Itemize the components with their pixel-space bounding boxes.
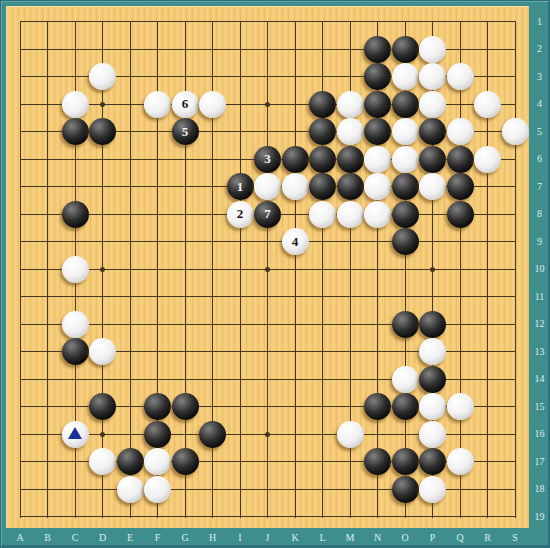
stone-white-P4[interactable]: [419, 91, 446, 118]
col-label-R: R: [480, 532, 496, 544]
stone-white-P13[interactable]: [419, 338, 446, 365]
row-label-15: 15: [531, 401, 548, 413]
stone-black-C5[interactable]: [62, 118, 89, 145]
stone-white-C10[interactable]: [62, 256, 89, 283]
star-point: [100, 267, 105, 272]
stone-white-J7[interactable]: [254, 173, 281, 200]
stone-white-Q3[interactable]: [447, 63, 474, 90]
stone-black-G15[interactable]: [172, 393, 199, 420]
stone-black-N2[interactable]: [364, 36, 391, 63]
row-label-11: 11: [531, 291, 548, 303]
col-label-J: J: [260, 532, 276, 544]
stone-black-O2[interactable]: [392, 36, 419, 63]
stone-black-P6[interactable]: [419, 146, 446, 173]
col-label-O: O: [397, 532, 413, 544]
star-point: [265, 267, 270, 272]
stone-white-M8[interactable]: [337, 201, 364, 228]
stone-white-O6[interactable]: [392, 146, 419, 173]
col-label-Q: Q: [452, 532, 468, 544]
star-point: [265, 432, 270, 437]
stone-black-M7[interactable]: [337, 173, 364, 200]
stone-white-N6[interactable]: [364, 146, 391, 173]
grid-line: [20, 241, 516, 242]
stone-white-P18[interactable]: [419, 476, 446, 503]
col-label-L: L: [315, 532, 331, 544]
stone-black-F15[interactable]: [144, 393, 171, 420]
stone-black-O12[interactable]: [392, 311, 419, 338]
row-label-6: 6: [531, 153, 548, 165]
star-point: [265, 102, 270, 107]
stone-black-I7[interactable]: 1: [227, 173, 254, 200]
move-number: 1: [237, 179, 244, 195]
row-label-3: 3: [531, 71, 548, 83]
stone-black-F16[interactable]: [144, 421, 171, 448]
stone-white-P3[interactable]: [419, 63, 446, 90]
stone-black-D15[interactable]: [89, 393, 116, 420]
triangle-marker: [68, 427, 82, 439]
stone-black-L7[interactable]: [309, 173, 336, 200]
stone-white-N8[interactable]: [364, 201, 391, 228]
goban-frame: 6531274 ABCDEFGHIJKLMNOPQRS1234567891011…: [0, 0, 550, 548]
stone-white-M5[interactable]: [337, 118, 364, 145]
stone-white-C4[interactable]: [62, 91, 89, 118]
stone-black-P14[interactable]: [419, 366, 446, 393]
row-label-17: 17: [531, 456, 548, 468]
stone-black-N3[interactable]: [364, 63, 391, 90]
row-label-14: 14: [531, 373, 548, 385]
stone-black-O7[interactable]: [392, 173, 419, 200]
col-label-G: G: [177, 532, 193, 544]
stone-white-Q5[interactable]: [447, 118, 474, 145]
col-label-H: H: [205, 532, 221, 544]
col-label-A: A: [12, 532, 28, 544]
move-number: 7: [264, 206, 271, 222]
move-number: 5: [182, 124, 189, 140]
stone-white-P2[interactable]: [419, 36, 446, 63]
row-label-5: 5: [531, 126, 548, 138]
stone-white-P16[interactable]: [419, 421, 446, 448]
col-label-N: N: [370, 532, 386, 544]
col-label-P: P: [425, 532, 441, 544]
stone-black-C13[interactable]: [62, 338, 89, 365]
stone-white-H4[interactable]: [199, 91, 226, 118]
row-label-7: 7: [531, 181, 548, 193]
stone-white-L8[interactable]: [309, 201, 336, 228]
move-number: 2: [237, 206, 244, 222]
stone-black-D5[interactable]: [89, 118, 116, 145]
stone-white-P15[interactable]: [419, 393, 446, 420]
move-number: 3: [264, 151, 271, 167]
stone-black-O15[interactable]: [392, 393, 419, 420]
stone-white-M16[interactable]: [337, 421, 364, 448]
stone-black-P12[interactable]: [419, 311, 446, 338]
stone-black-H16[interactable]: [199, 421, 226, 448]
col-label-B: B: [40, 532, 56, 544]
col-label-C: C: [67, 532, 83, 544]
stone-black-O4[interactable]: [392, 91, 419, 118]
col-label-I: I: [232, 532, 248, 544]
stone-white-F4[interactable]: [144, 91, 171, 118]
stone-black-Q8[interactable]: [447, 201, 474, 228]
row-label-9: 9: [531, 236, 548, 248]
row-label-13: 13: [531, 346, 548, 358]
stone-white-F18[interactable]: [144, 476, 171, 503]
stone-white-D17[interactable]: [89, 448, 116, 475]
row-label-16: 16: [531, 428, 548, 440]
stone-black-N4[interactable]: [364, 91, 391, 118]
grid-line: [20, 516, 516, 517]
col-label-F: F: [150, 532, 166, 544]
stone-white-E18[interactable]: [117, 476, 144, 503]
stone-black-N5[interactable]: [364, 118, 391, 145]
move-number: 6: [182, 96, 189, 112]
col-label-S: S: [507, 532, 523, 544]
stone-white-D13[interactable]: [89, 338, 116, 365]
stone-black-C8[interactable]: [62, 201, 89, 228]
stone-black-L5[interactable]: [309, 118, 336, 145]
stone-white-Q15[interactable]: [447, 393, 474, 420]
row-label-18: 18: [531, 483, 548, 495]
stone-black-O9[interactable]: [392, 228, 419, 255]
stone-black-O8[interactable]: [392, 201, 419, 228]
stone-white-N7[interactable]: [364, 173, 391, 200]
stone-black-O18[interactable]: [392, 476, 419, 503]
stone-black-J8[interactable]: 7: [254, 201, 281, 228]
stone-white-C16[interactable]: [62, 421, 89, 448]
stone-white-Q17[interactable]: [447, 448, 474, 475]
row-label-1: 1: [531, 16, 548, 28]
star-point: [100, 432, 105, 437]
stone-white-G4[interactable]: 6: [172, 91, 199, 118]
star-point: [430, 267, 435, 272]
col-label-D: D: [95, 532, 111, 544]
stone-white-D3[interactable]: [89, 63, 116, 90]
stone-white-P7[interactable]: [419, 173, 446, 200]
col-label-M: M: [342, 532, 358, 544]
stone-white-R4[interactable]: [474, 91, 501, 118]
stone-black-Q7[interactable]: [447, 173, 474, 200]
stone-white-S5[interactable]: [502, 118, 529, 145]
stone-white-K7[interactable]: [282, 173, 309, 200]
row-label-8: 8: [531, 208, 548, 220]
stone-white-M4[interactable]: [337, 91, 364, 118]
grid-line: [47, 22, 48, 518]
stone-white-O14[interactable]: [392, 366, 419, 393]
stone-black-L4[interactable]: [309, 91, 336, 118]
stone-black-G5[interactable]: 5: [172, 118, 199, 145]
stone-black-K6[interactable]: [282, 146, 309, 173]
move-number: 4: [292, 234, 299, 250]
stone-white-R6[interactable]: [474, 146, 501, 173]
row-label-4: 4: [531, 98, 548, 110]
grid-line: [460, 22, 461, 518]
stone-black-O17[interactable]: [392, 448, 419, 475]
stone-white-O3[interactable]: [392, 63, 419, 90]
stone-black-M6[interactable]: [337, 146, 364, 173]
stone-white-I8[interactable]: 2: [227, 201, 254, 228]
grid-line: [130, 22, 131, 518]
grid-line: [20, 21, 516, 22]
stone-white-K9[interactable]: 4: [282, 228, 309, 255]
row-label-10: 10: [531, 263, 548, 275]
goban-board[interactable]: 6531274: [6, 6, 529, 528]
stone-white-O5[interactable]: [392, 118, 419, 145]
stone-black-J6[interactable]: 3: [254, 146, 281, 173]
stone-black-Q6[interactable]: [447, 146, 474, 173]
stone-white-C12[interactable]: [62, 311, 89, 338]
col-label-K: K: [287, 532, 303, 544]
row-label-2: 2: [531, 43, 548, 55]
row-label-19: 19: [531, 511, 548, 523]
stone-black-L6[interactable]: [309, 146, 336, 173]
grid-line: [515, 22, 516, 518]
stone-black-N17[interactable]: [364, 448, 391, 475]
stone-white-F17[interactable]: [144, 448, 171, 475]
grid-line: [295, 22, 296, 518]
grid-line: [20, 296, 516, 297]
grid-line: [240, 22, 241, 518]
stone-black-P17[interactable]: [419, 448, 446, 475]
col-label-E: E: [122, 532, 138, 544]
grid-line: [20, 22, 21, 518]
star-point: [100, 102, 105, 107]
row-label-12: 12: [531, 318, 548, 330]
stone-black-P5[interactable]: [419, 118, 446, 145]
stone-black-N15[interactable]: [364, 393, 391, 420]
stone-black-E17[interactable]: [117, 448, 144, 475]
stone-black-G17[interactable]: [172, 448, 199, 475]
